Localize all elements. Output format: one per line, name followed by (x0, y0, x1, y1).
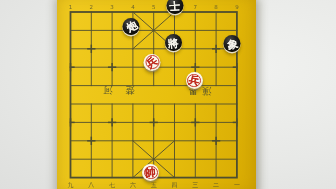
piece-red-general[interactable]: 帥 (142, 164, 159, 181)
piece-black-elephant[interactable]: 象 (224, 35, 241, 52)
piece-glyph: 將 (168, 37, 179, 48)
piece-black-advisor[interactable]: 士 (166, 0, 183, 14)
piece-glyph: 兵 (188, 74, 200, 86)
piece-glyph: 象 (226, 38, 238, 50)
piece-glyph: 兵 (145, 55, 160, 70)
piece-glyph: 士 (169, 0, 180, 11)
piece-black-general[interactable]: 將 (165, 34, 182, 51)
xiangqi-board: 士炮將象兵兵帥 (60, 3, 247, 187)
piece-glyph: 帥 (145, 167, 157, 179)
piece-red-soldier-2[interactable]: 兵 (186, 72, 203, 89)
piece-black-cannon[interactable]: 炮 (123, 18, 140, 35)
piece-glyph: 炮 (124, 19, 138, 33)
photo-scene: 楚河漢界123456789九八七六五四三二一 士炮將象兵兵帥 (0, 0, 336, 189)
piece-red-soldier-1[interactable]: 兵 (144, 54, 161, 71)
